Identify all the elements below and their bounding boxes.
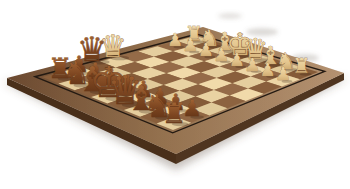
piece-boxwood-pawn: ♟ <box>167 29 183 50</box>
piece-boxwood-pawn: ♟ <box>244 54 260 75</box>
chess-board-svg: ♜♞♟♝♟♚♟♛♛♟♛♝♟♞♟♟♜♟♜♟♟♞♟♝♟♚♟♟♛♟♝♟♞♜ <box>0 0 350 189</box>
piece-boxwood-pawn: ♟ <box>260 59 276 80</box>
piece-boxwood-pawn: ♟ <box>198 39 214 60</box>
piece-boxwood-pawn: ♟ <box>213 44 229 65</box>
piece-boxwood-rook: ♜ <box>292 54 310 78</box>
chess-set-photo: ♜♞♟♝♟♚♟♛♛♟♛♝♟♞♟♟♜♟♜♟♟♞♟♝♟♚♟♟♛♟♝♟♞♜ <box>0 0 350 189</box>
chess-board: ♜♞♟♝♟♚♟♛♛♟♛♝♟♞♟♟♜♟♜♟♟♞♟♝♟♚♟♟♛♟♝♟♞♜ <box>0 0 350 189</box>
piece-boxwood-pawn: ♟ <box>229 49 245 70</box>
piece-rosewood-rook: ♜ <box>161 97 186 130</box>
piece-boxwood-pawn: ♟ <box>275 63 291 84</box>
piece-boxwood-pawn: ♟ <box>182 34 198 55</box>
